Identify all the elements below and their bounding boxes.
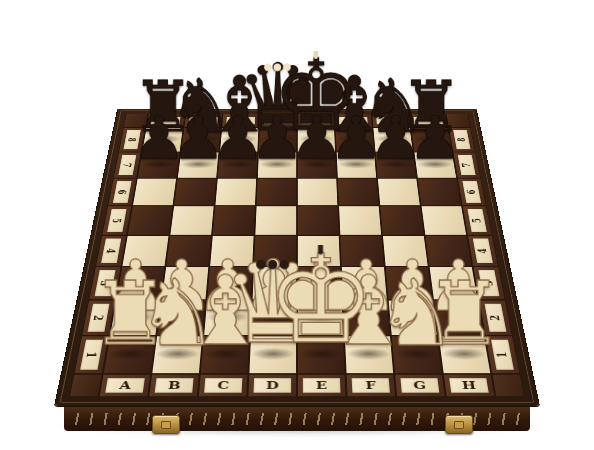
rank-label-text: 7 bbox=[121, 163, 134, 167]
pieces-layer: ♜♞♝♛●●●♚♝♞♜♟♟♟♟♟♟♟♟♟♟♟♟♟♟♟♟♜♞♝♛●●●♚♝♞♜ bbox=[55, 109, 539, 406]
rank-label-text: 1 bbox=[84, 351, 99, 357]
white-king-glyph: ♚ bbox=[266, 244, 376, 354]
rank-label-text: 5 bbox=[470, 218, 483, 223]
chess-set-photo: 8877665544332211ABCDEFGH ♜♞♝♛●●●♚♝♞♜♟♟♟♟… bbox=[0, 0, 594, 450]
rank-label-text: 8 bbox=[456, 138, 468, 142]
white-knight-glyph: ♞ bbox=[137, 272, 219, 354]
rank-label-text: 8 bbox=[126, 138, 138, 142]
king-finial bbox=[318, 240, 323, 254]
white-knight-glyph: ♞ bbox=[375, 272, 457, 354]
rank-label-text: 4 bbox=[476, 248, 490, 253]
king-finial bbox=[314, 47, 318, 58]
rank-label-text: 2 bbox=[91, 315, 106, 321]
rank-label-text: 3 bbox=[98, 280, 112, 285]
rank-label-text: 7 bbox=[460, 163, 473, 167]
chess-board: 8877665544332211ABCDEFGH ♜♞♝♛●●●♚♝♞♜♟♟♟♟… bbox=[55, 109, 539, 406]
box-side bbox=[64, 404, 530, 431]
rank-label-text: 6 bbox=[116, 190, 129, 194]
rank-label-text: 5 bbox=[110, 218, 123, 223]
rank-label-text: 6 bbox=[465, 190, 478, 194]
rank-label-text: 3 bbox=[482, 280, 496, 285]
rank-label-text: 2 bbox=[488, 315, 503, 321]
clasp-right-icon bbox=[445, 415, 473, 434]
rank-label-text: 4 bbox=[104, 248, 118, 253]
rank-label-text: 1 bbox=[495, 351, 510, 357]
clasp-left-icon bbox=[152, 415, 180, 434]
black-pawn-glyph: ♟ bbox=[408, 111, 462, 165]
